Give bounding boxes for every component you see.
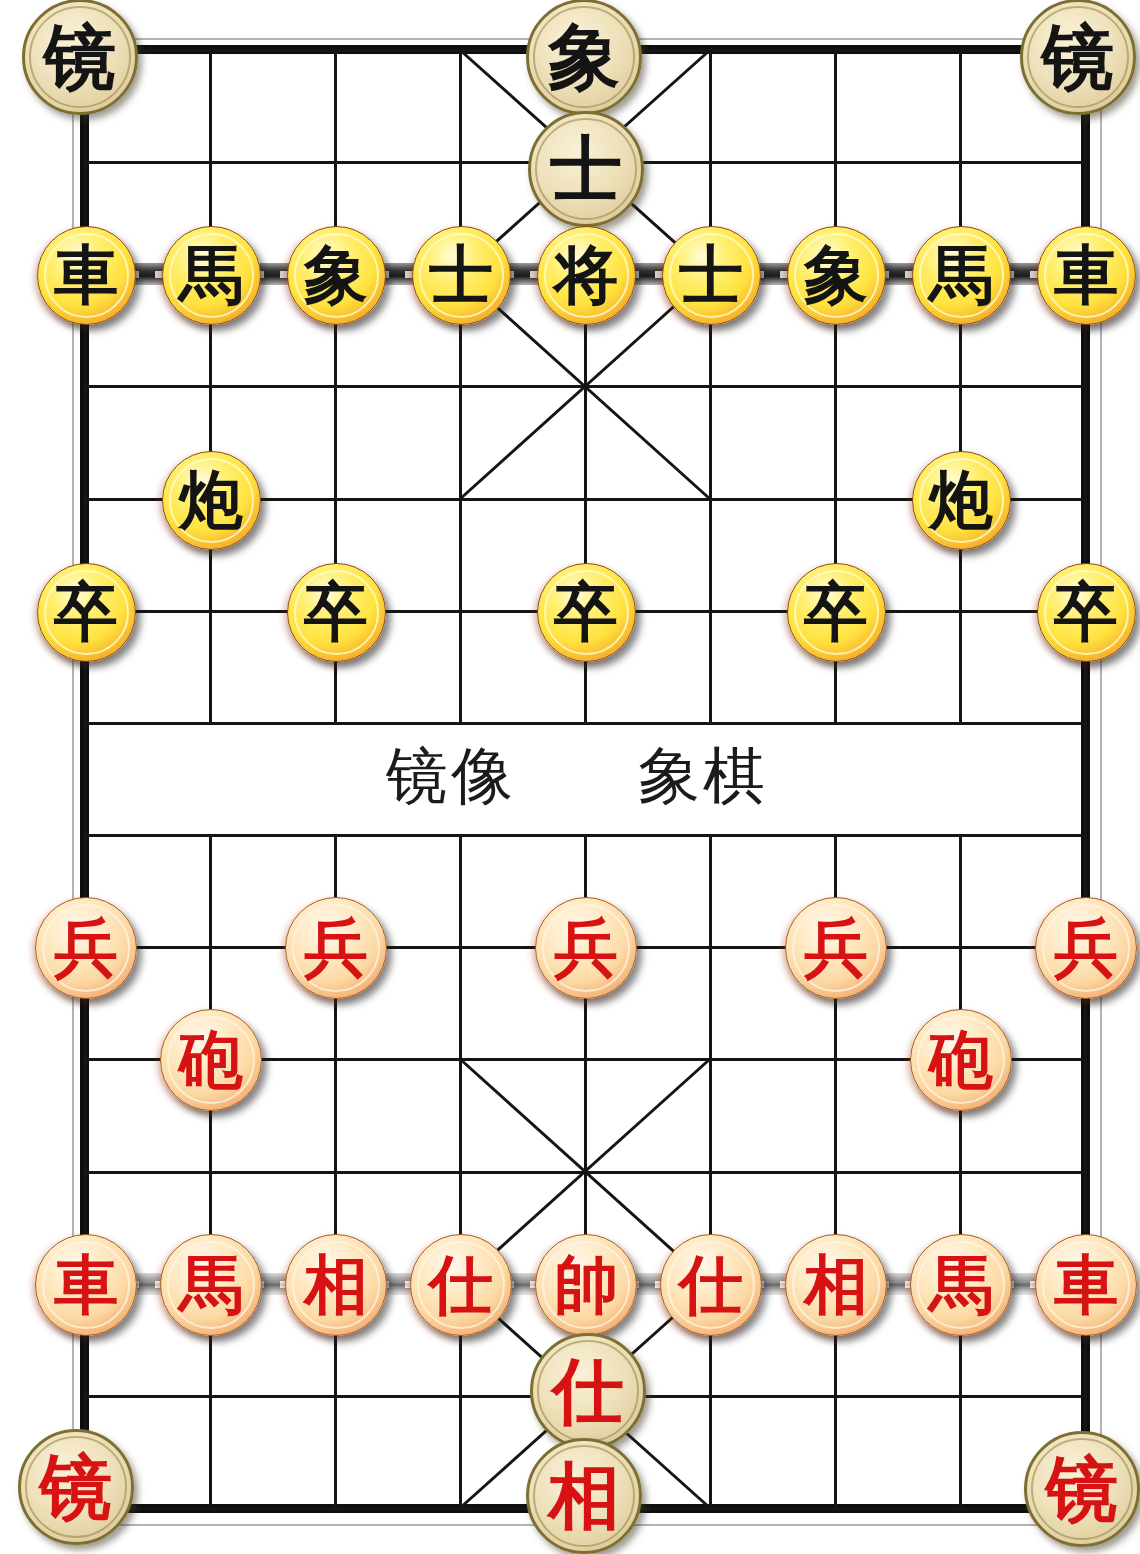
piece-black-soldier-f3r6[interactable]: 卒 — [287, 563, 386, 662]
piece-red-advisor-f5r13[interactable]: 仕 — [530, 1333, 646, 1449]
piece-glyph: 馬 — [179, 1254, 243, 1318]
piece-glyph: 卒 — [1054, 581, 1118, 645]
piece-black-general-f5r3[interactable]: 将 — [537, 226, 636, 325]
piece-red-mirror-f1r14[interactable]: 镜 — [18, 1429, 134, 1545]
piece-red-chariot-f1r12[interactable]: 車 — [35, 1234, 137, 1336]
piece-black-horse-f2r3[interactable]: 馬 — [162, 226, 261, 325]
piece-glyph: 馬 — [179, 244, 243, 308]
piece-black-cannon-f2r5[interactable]: 炮 — [162, 451, 261, 550]
piece-black-cannon-f8r5[interactable]: 炮 — [912, 451, 1011, 550]
piece-glyph: 卒 — [804, 581, 868, 645]
piece-glyph: 仕 — [552, 1356, 624, 1428]
piece-glyph: 帥 — [554, 1254, 618, 1318]
piece-black-elephant-f7r3[interactable]: 象 — [787, 226, 886, 325]
piece-red-horse-f2r12[interactable]: 馬 — [160, 1234, 262, 1336]
piece-glyph: 卒 — [554, 581, 618, 645]
piece-glyph: 車 — [54, 1254, 118, 1318]
piece-glyph: 镜 — [1042, 22, 1114, 94]
piece-glyph: 馬 — [929, 1254, 993, 1318]
piece-glyph: 兵 — [554, 917, 618, 981]
piece-glyph: 相 — [548, 1461, 620, 1533]
piece-black-chariot-f1r3[interactable]: 車 — [37, 226, 136, 325]
piece-red-soldier-f7r9[interactable]: 兵 — [785, 897, 887, 999]
piece-glyph: 車 — [1054, 1254, 1118, 1318]
piece-glyph: 兵 — [54, 917, 118, 981]
piece-red-horse-f8r12[interactable]: 馬 — [910, 1234, 1012, 1336]
piece-glyph: 車 — [1054, 244, 1118, 308]
piece-glyph: 兵 — [804, 917, 868, 981]
piece-glyph: 象 — [304, 244, 368, 308]
piece-glyph: 卒 — [54, 581, 118, 645]
piece-glyph: 馬 — [929, 244, 993, 308]
piece-red-soldier-f5r9[interactable]: 兵 — [535, 897, 637, 999]
piece-glyph: 象 — [804, 244, 868, 308]
piece-red-cannon-f8r10[interactable]: 砲 — [910, 1009, 1012, 1111]
piece-glyph: 将 — [554, 244, 618, 308]
piece-black-advisor-f5r2[interactable]: 士 — [528, 111, 644, 227]
piece-red-soldier-f9r9[interactable]: 兵 — [1035, 897, 1137, 999]
piece-glyph: 卒 — [304, 581, 368, 645]
piece-black-soldier-f7r6[interactable]: 卒 — [787, 563, 886, 662]
piece-glyph: 炮 — [929, 469, 993, 533]
piece-red-elephant-f7r12[interactable]: 相 — [785, 1234, 887, 1336]
piece-black-mirror-f1r1[interactable]: 镜 — [22, 0, 138, 115]
piece-glyph: 士 — [429, 244, 493, 308]
piece-black-soldier-f9r6[interactable]: 卒 — [1037, 563, 1136, 662]
piece-glyph: 士 — [679, 244, 743, 308]
piece-black-soldier-f5r6[interactable]: 卒 — [537, 563, 636, 662]
piece-glyph: 兵 — [1054, 917, 1118, 981]
piece-black-horse-f8r3[interactable]: 馬 — [912, 226, 1011, 325]
piece-glyph: 仕 — [679, 1254, 743, 1318]
pieces-layer: 镜象镜士車馬象士将士象馬車炮炮卒卒卒卒卒兵兵兵兵兵砲砲車馬相仕帥仕相馬車仕镜相镜 — [0, 0, 1140, 1554]
piece-red-general-f5r12[interactable]: 帥 — [535, 1234, 637, 1336]
piece-black-elephant-f5r1[interactable]: 象 — [526, 0, 642, 115]
piece-glyph: 炮 — [179, 469, 243, 533]
piece-red-elephant-f5r14[interactable]: 相 — [526, 1438, 642, 1554]
piece-red-advisor-f6r12[interactable]: 仕 — [660, 1234, 762, 1336]
piece-black-advisor-f6r3[interactable]: 士 — [662, 226, 761, 325]
piece-black-chariot-f9r3[interactable]: 車 — [1037, 226, 1136, 325]
piece-glyph: 相 — [304, 1254, 368, 1318]
piece-black-mirror-f9r1[interactable]: 镜 — [1020, 0, 1136, 115]
piece-red-soldier-f3r9[interactable]: 兵 — [285, 897, 387, 999]
piece-glyph: 車 — [54, 244, 118, 308]
piece-red-elephant-f3r12[interactable]: 相 — [285, 1234, 387, 1336]
piece-black-advisor-f4r3[interactable]: 士 — [412, 226, 511, 325]
piece-glyph: 仕 — [429, 1254, 493, 1318]
piece-black-soldier-f1r6[interactable]: 卒 — [37, 563, 136, 662]
piece-red-soldier-f1r9[interactable]: 兵 — [35, 897, 137, 999]
piece-glyph: 象 — [548, 22, 620, 94]
piece-red-chariot-f9r12[interactable]: 車 — [1035, 1234, 1137, 1336]
piece-glyph: 砲 — [179, 1029, 243, 1093]
piece-glyph: 相 — [804, 1254, 868, 1318]
piece-glyph: 士 — [550, 134, 622, 206]
xiangqi-mirror-board: 镜像 象棋 镜象镜士車馬象士将士象馬車炮炮卒卒卒卒卒兵兵兵兵兵砲砲車馬相仕帥仕相… — [0, 0, 1140, 1554]
piece-red-mirror-f9r14[interactable]: 镜 — [1024, 1431, 1140, 1547]
piece-red-advisor-f4r12[interactable]: 仕 — [410, 1234, 512, 1336]
piece-glyph: 镜 — [44, 22, 116, 94]
piece-glyph: 砲 — [929, 1029, 993, 1093]
piece-glyph: 镜 — [40, 1452, 112, 1524]
piece-glyph: 兵 — [304, 917, 368, 981]
piece-black-elephant-f3r3[interactable]: 象 — [287, 226, 386, 325]
piece-red-cannon-f2r10[interactable]: 砲 — [160, 1009, 262, 1111]
piece-glyph: 镜 — [1046, 1454, 1118, 1526]
